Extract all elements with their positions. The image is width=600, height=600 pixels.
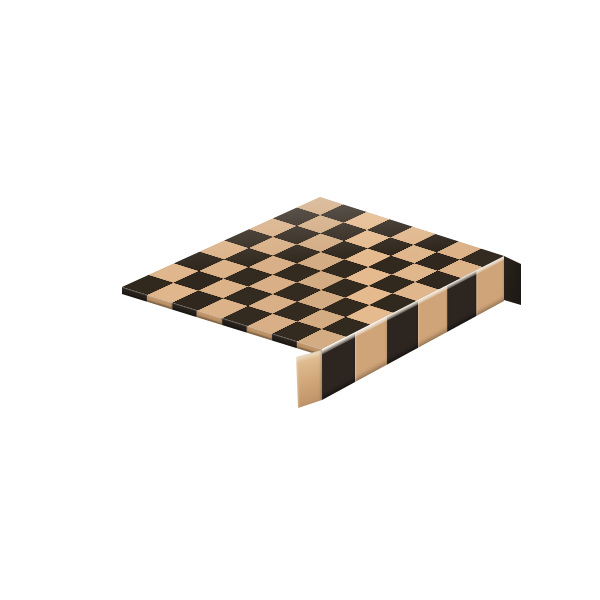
lip-end-cap xyxy=(296,350,322,408)
board-right-side xyxy=(504,256,521,305)
product-photo xyxy=(0,0,600,600)
